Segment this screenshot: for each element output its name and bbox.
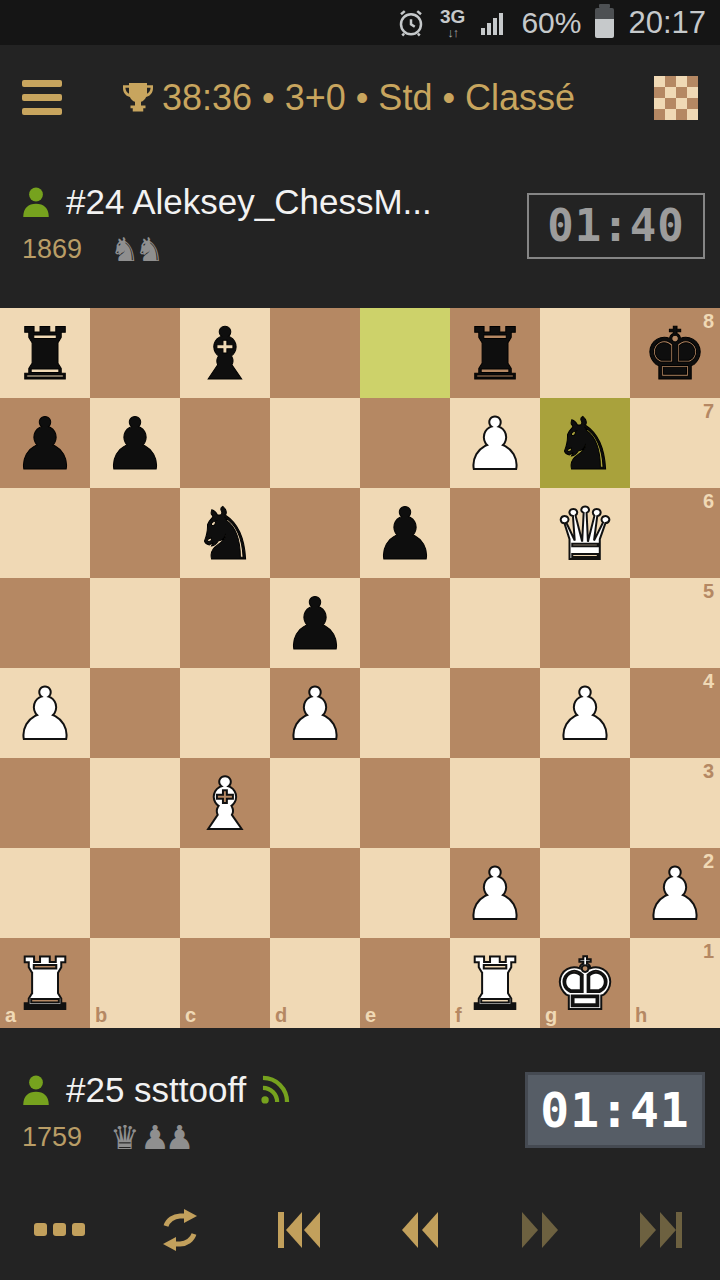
black-pawn[interactable]: ♟ [90, 398, 180, 488]
square-f6[interactable] [450, 488, 540, 578]
coord-rank-8: 8 [703, 310, 714, 333]
coord-file-g: g [545, 1004, 557, 1027]
square-h3[interactable]: 3 [630, 758, 720, 848]
black-bishop[interactable]: ♝ [180, 308, 270, 398]
last-move-button[interactable] [615, 1195, 705, 1265]
network-indicator: 3G ↓↑ [440, 7, 465, 39]
player-captured-pieces: ♛ ♟♟ [110, 1118, 189, 1157]
square-e5[interactable] [360, 578, 450, 668]
black-knight[interactable]: ♞ [180, 488, 270, 578]
square-h4[interactable]: 4 [630, 668, 720, 758]
square-a6[interactable] [0, 488, 90, 578]
fast-forward-icon [518, 1210, 562, 1250]
square-a4[interactable]: ♟ [0, 668, 90, 758]
coord-rank-3: 3 [703, 760, 714, 783]
square-g1[interactable]: ♚g [540, 938, 630, 1028]
coord-rank-2: 2 [703, 850, 714, 873]
square-c3[interactable]: ♝ [180, 758, 270, 848]
white-pawn[interactable]: ♟ [0, 668, 90, 758]
black-rook[interactable]: ♜ [0, 308, 90, 398]
menu-hamburger-icon[interactable] [22, 80, 62, 115]
online-broadcast-icon [258, 1073, 292, 1107]
coord-file-f: f [455, 1004, 462, 1027]
square-a3[interactable] [0, 758, 90, 848]
game-title: 38:36 • 3+0 • Std • Classé [120, 77, 575, 119]
coord-file-h: h [635, 1004, 647, 1027]
square-d6[interactable] [270, 488, 360, 578]
square-b8[interactable] [90, 308, 180, 398]
square-b1[interactable]: b [90, 938, 180, 1028]
opponent-captured-pieces: ♞♞ [110, 230, 159, 269]
status-time-label: 20:17 [628, 5, 706, 41]
square-d8[interactable] [270, 308, 360, 398]
square-e1[interactable]: e [360, 938, 450, 1028]
square-d4[interactable]: ♟ [270, 668, 360, 758]
square-c4[interactable] [180, 668, 270, 758]
square-d7[interactable] [270, 398, 360, 488]
coord-rank-1: 1 [703, 940, 714, 963]
alarm-icon [396, 8, 426, 38]
square-a5[interactable] [0, 578, 90, 668]
flip-board-button[interactable] [135, 1195, 225, 1265]
square-a7[interactable]: ♟ [0, 398, 90, 488]
square-f1[interactable]: ♜f [450, 938, 540, 1028]
player-clock: 01:41 [525, 1072, 705, 1148]
square-g6[interactable]: ♛ [540, 488, 630, 578]
coord-rank-5: 5 [703, 580, 714, 603]
square-a2[interactable] [0, 848, 90, 938]
square-d3[interactable] [270, 758, 360, 848]
app-header: 38:36 • 3+0 • Std • Classé [0, 45, 720, 150]
square-c8[interactable]: ♝ [180, 308, 270, 398]
square-f8[interactable]: ♜ [450, 308, 540, 398]
opponent-clock: 01:40 [527, 193, 705, 259]
white-rook[interactable]: ♜ [450, 938, 540, 1028]
white-pawn[interactable]: ♟ [450, 398, 540, 488]
status-bar: 3G ↓↑ 60% 20:17 [0, 0, 720, 45]
square-f4[interactable] [450, 668, 540, 758]
skip-to-end-icon [636, 1210, 684, 1250]
opponent-panel: #24 Aleksey_ChessM... 1869 ♞♞ 01:40 [0, 150, 720, 308]
board-thumbnail-icon[interactable] [654, 76, 698, 120]
square-g4[interactable]: ♟ [540, 668, 630, 758]
square-f2[interactable]: ♟ [450, 848, 540, 938]
network-type-label: 3G [440, 7, 465, 26]
player-rating-label: 1759 [22, 1122, 82, 1153]
network-arrows-icon: ↓↑ [447, 26, 458, 39]
square-a1[interactable]: ♜a [0, 938, 90, 1028]
square-d5[interactable]: ♟ [270, 578, 360, 668]
player-panel: #25 ssttooff 1759 ♛ ♟♟ 01:41 [0, 1028, 720, 1180]
white-queen[interactable]: ♛ [540, 488, 630, 578]
square-c6[interactable]: ♞ [180, 488, 270, 578]
square-g2[interactable] [540, 848, 630, 938]
square-b6[interactable] [90, 488, 180, 578]
black-rook[interactable]: ♜ [450, 308, 540, 398]
ellipsis-icon [34, 1221, 86, 1239]
coord-rank-7: 7 [703, 400, 714, 423]
opponent-rating-label: 1869 [22, 234, 82, 265]
previous-move-button[interactable] [375, 1195, 465, 1265]
square-h2[interactable]: ♟2 [630, 848, 720, 938]
opponent-name-label[interactable]: #24 Aleksey_ChessM... [66, 182, 432, 222]
menu-button[interactable] [15, 1195, 105, 1265]
white-pawn[interactable]: ♟ [270, 668, 360, 758]
black-pawn[interactable]: ♟ [270, 578, 360, 668]
black-pawn[interactable]: ♟ [360, 488, 450, 578]
square-d1[interactable]: d [270, 938, 360, 1028]
skip-to-start-icon [276, 1210, 324, 1250]
player-avatar-icon [18, 184, 54, 220]
coord-file-c: c [185, 1004, 196, 1027]
square-d2[interactable] [270, 848, 360, 938]
rewind-icon [398, 1210, 442, 1250]
square-h7[interactable]: 7 [630, 398, 720, 488]
signal-icon [479, 9, 507, 37]
square-h6[interactable]: 6 [630, 488, 720, 578]
square-e8[interactable] [360, 308, 450, 398]
player-avatar-icon [18, 1072, 54, 1108]
square-g7[interactable]: ♞ [540, 398, 630, 488]
square-e7[interactable] [360, 398, 450, 488]
square-f7[interactable]: ♟ [450, 398, 540, 488]
square-c1[interactable]: c [180, 938, 270, 1028]
square-g3[interactable] [540, 758, 630, 848]
square-f5[interactable] [450, 578, 540, 668]
player-name-label[interactable]: #25 ssttooff [66, 1070, 246, 1110]
coord-file-b: b [95, 1004, 107, 1027]
game-toolbar [0, 1180, 720, 1280]
app-screen: 3G ↓↑ 60% 20:17 38:36 • 3+0 • Std • Clas… [0, 0, 720, 1280]
square-b2[interactable] [90, 848, 180, 938]
square-e2[interactable] [360, 848, 450, 938]
white-bishop[interactable]: ♝ [180, 758, 270, 848]
next-move-button[interactable] [495, 1195, 585, 1265]
square-h5[interactable]: 5 [630, 578, 720, 668]
coord-file-e: e [365, 1004, 376, 1027]
trophy-icon [120, 80, 156, 116]
square-f3[interactable] [450, 758, 540, 848]
square-h8[interactable]: ♚8 [630, 308, 720, 398]
square-a8[interactable]: ♜ [0, 308, 90, 398]
square-c5[interactable] [180, 578, 270, 668]
square-c7[interactable] [180, 398, 270, 488]
battery-icon [595, 8, 614, 38]
battery-percent-label: 60% [521, 6, 581, 40]
white-pawn[interactable]: ♟ [540, 668, 630, 758]
coord-rank-6: 6 [703, 490, 714, 513]
square-g8[interactable] [540, 308, 630, 398]
square-e6[interactable]: ♟ [360, 488, 450, 578]
black-knight[interactable]: ♞ [540, 398, 630, 488]
game-info-label: 38:36 • 3+0 • Std • Classé [162, 77, 575, 119]
first-move-button[interactable] [255, 1195, 345, 1265]
square-h1[interactable]: 1h [630, 938, 720, 1028]
coord-file-a: a [5, 1004, 16, 1027]
square-b7[interactable]: ♟ [90, 398, 180, 488]
coord-rank-4: 4 [703, 670, 714, 693]
square-b5[interactable] [90, 578, 180, 668]
white-pawn[interactable]: ♟ [450, 848, 540, 938]
square-g5[interactable] [540, 578, 630, 668]
square-b4[interactable] [90, 668, 180, 758]
square-b3[interactable] [90, 758, 180, 848]
flip-board-icon [156, 1206, 204, 1254]
square-e3[interactable] [360, 758, 450, 848]
square-e4[interactable] [360, 668, 450, 758]
square-c2[interactable] [180, 848, 270, 938]
black-pawn[interactable]: ♟ [0, 398, 90, 488]
coord-file-d: d [275, 1004, 287, 1027]
chess-board[interactable]: ♜♝♜♚8♟♟♟♞7♞♟♛6♟5♟♟♟4♝3♟♟2♜abcde♜f♚g1h [0, 308, 720, 1028]
